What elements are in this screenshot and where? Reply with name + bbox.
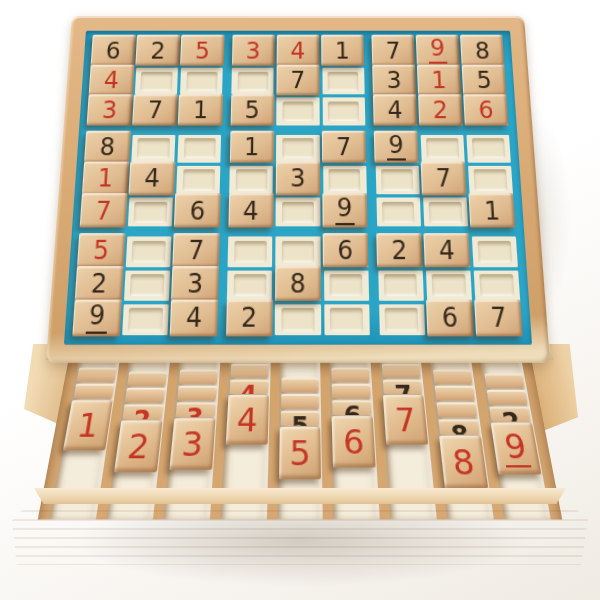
board-tile-8[interactable]: 8 (460, 35, 505, 65)
tile-digit: 1 (244, 133, 260, 161)
cell-r4c1[interactable]: 8 (85, 135, 130, 163)
stacked-tile-peek[interactable]: 7 (383, 380, 422, 394)
stacked-tile-back[interactable] (487, 390, 528, 405)
drawer-front-top-edge (34, 488, 566, 504)
tile-digit: 3 (386, 66, 402, 93)
tile-digit: 5 (245, 96, 260, 123)
board-tile-3[interactable]: 3 (372, 64, 416, 95)
cell-recess (328, 169, 360, 190)
cell-recess (330, 308, 364, 331)
cell-r2c9[interactable]: 5 (463, 68, 507, 95)
tile-digit: 1 (431, 66, 447, 93)
cell-r6c1[interactable]: 7 (81, 198, 127, 227)
stacked-tile-back[interactable] (382, 364, 421, 378)
tile-digit: 6 (478, 96, 495, 123)
stacked-tile-back[interactable] (433, 370, 472, 384)
cell-r5c7[interactable] (375, 166, 419, 195)
drawer-tile-6[interactable]: 6 (332, 416, 376, 467)
cell-recess (282, 101, 313, 121)
tile-digit: 5 (195, 37, 211, 63)
tile-digit: 9 (86, 302, 108, 333)
cell-r5c8[interactable]: 7 (422, 166, 467, 195)
tile-digit: 3 (246, 37, 261, 63)
tile-digit: 3 (187, 268, 204, 298)
peek-digit: 2 (131, 408, 152, 420)
tile-digit: 8 (450, 441, 477, 482)
board-wood-frame: 6253417984731537154268179143776491576242… (46, 16, 550, 363)
tile-digit: 9 (335, 196, 355, 225)
tile-digit: 2 (432, 96, 448, 123)
board-tile-6[interactable]: 6 (322, 233, 368, 268)
cell-r9c6[interactable] (324, 304, 370, 335)
cell-r7c2[interactable] (126, 237, 172, 267)
cell-r3c5[interactable] (277, 98, 320, 125)
board-tile-2[interactable]: 2 (136, 35, 180, 65)
cell-r1c6[interactable]: 1 (322, 39, 364, 65)
cell-recess (472, 138, 505, 159)
drawer-tile-9[interactable]: 9 (491, 423, 542, 475)
board-tile-5[interactable]: 5 (462, 64, 507, 95)
board-tile-9[interactable]: 9 (73, 300, 122, 336)
cell-recess (480, 274, 514, 297)
peek-digit: 7 (394, 383, 413, 394)
board-tile-2[interactable]: 2 (418, 94, 463, 126)
board-tile-4[interactable]: 4 (129, 162, 175, 195)
cell-r4c3[interactable] (178, 135, 222, 163)
cell-r9c8[interactable]: 6 (427, 304, 474, 335)
cell-r1c4[interactable]: 3 (232, 39, 274, 65)
drawer-tile-2[interactable]: 2 (114, 420, 162, 472)
cell-r8c5[interactable]: 8 (275, 270, 320, 300)
board-tile-9[interactable]: 9 (374, 131, 419, 163)
board-tile-8[interactable]: 8 (84, 131, 130, 163)
tile-digit: 5 (476, 66, 493, 93)
cell-recess (327, 71, 358, 91)
cell-recess (128, 308, 163, 331)
cell-recess (426, 138, 459, 159)
peek-digit: 6 (343, 403, 362, 415)
board-tile-1[interactable]: 1 (82, 162, 129, 195)
cell-r7c9[interactable] (472, 237, 518, 267)
cell-r4c4[interactable]: 1 (230, 135, 273, 163)
stacked-tile-back[interactable] (230, 364, 268, 378)
board-tile-6[interactable]: 6 (91, 35, 136, 65)
board-tile-6[interactable]: 6 (426, 300, 474, 336)
cell-r2c3[interactable] (180, 68, 223, 95)
tile-digit: 4 (243, 196, 259, 225)
cell-r6c3[interactable]: 6 (175, 198, 220, 227)
board-tile-9[interactable]: 9 (322, 194, 368, 228)
stacked-tile-peek[interactable]: 4 (229, 380, 268, 394)
board-tile-9[interactable]: 9 (416, 35, 460, 65)
tile-digit: 1 (483, 196, 500, 225)
tile-digit: 6 (441, 302, 459, 333)
cell-recess (183, 138, 215, 159)
cell-r2c5[interactable]: 7 (277, 68, 319, 95)
cell-r7c7[interactable]: 2 (377, 237, 422, 267)
sudoku-grid: 6253417984731537154268179143776491576242… (73, 39, 522, 335)
stacked-tile-peek[interactable]: 8 (439, 419, 480, 434)
cell-r8c2[interactable] (124, 270, 170, 300)
board-tile-2[interactable]: 2 (226, 300, 273, 336)
cell-recess (282, 138, 314, 159)
tile-digit: 4 (438, 235, 455, 265)
cell-recess (235, 169, 267, 190)
cell-r8c9[interactable] (474, 270, 521, 300)
board-tile-5[interactable]: 5 (77, 233, 125, 268)
cell-recess (432, 274, 466, 297)
board-tile-1[interactable]: 1 (229, 131, 274, 163)
board-tile-5[interactable]: 5 (230, 94, 274, 126)
cell-r7c3[interactable]: 7 (174, 237, 219, 267)
tile-digit: 6 (189, 196, 205, 225)
tile-digit: 9 (386, 133, 406, 161)
drawer-tile-1[interactable]: 1 (63, 400, 113, 450)
stacked-tile-back[interactable] (484, 374, 524, 388)
cell-recess (329, 274, 362, 297)
tile-digit: 7 (95, 196, 112, 225)
cell-r9c9[interactable]: 7 (475, 304, 522, 335)
cell-r8c8[interactable] (426, 270, 472, 300)
board-tile-6[interactable]: 6 (463, 94, 509, 126)
cell-r9c2[interactable] (122, 304, 169, 335)
tile-digit: 4 (144, 164, 161, 192)
cell-recess (478, 241, 512, 263)
board-tile-3[interactable]: 3 (171, 266, 218, 301)
tile-digit: 9 (500, 429, 532, 468)
tile-digit: 6 (105, 37, 121, 63)
cell-r3c8[interactable]: 2 (419, 98, 463, 125)
cell-r5c1[interactable]: 1 (83, 166, 128, 195)
cell-r5c6[interactable] (323, 166, 367, 195)
stacked-tile-peek[interactable]: 5 (280, 411, 319, 426)
peek-digit: 3 (185, 405, 205, 417)
cell-recess (429, 201, 462, 223)
drawer-tile-7[interactable]: 7 (383, 395, 428, 445)
stacked-tile-back[interactable] (127, 372, 166, 386)
stacked-tile-peek[interactable]: 3 (175, 402, 215, 417)
stacked-tile-back[interactable] (332, 368, 370, 382)
tile-digit: 3 (290, 164, 305, 192)
stacked-tile-peek[interactable]: 6 (333, 400, 372, 415)
cell-r3c4[interactable]: 5 (231, 98, 274, 125)
board-tile-3[interactable]: 3 (87, 94, 133, 126)
cell-r3c9[interactable]: 6 (464, 98, 508, 125)
tile-digit: 1 (193, 96, 209, 123)
cell-r2c2[interactable] (135, 68, 178, 95)
cell-r5c4[interactable] (229, 166, 273, 195)
tile-digit: 1 (335, 37, 350, 63)
board-tile-1[interactable]: 1 (178, 94, 223, 126)
cell-r5c2[interactable]: 4 (130, 166, 175, 195)
cell-r2c6[interactable] (322, 68, 364, 95)
cell-r6c4[interactable]: 4 (229, 198, 273, 227)
tile-digit: 7 (336, 133, 352, 161)
stacked-tile-back[interactable] (125, 388, 165, 403)
cell-recess (282, 201, 314, 223)
cell-recess (384, 274, 418, 297)
board-tile-4[interactable]: 4 (228, 194, 274, 228)
cell-r2c8[interactable]: 1 (418, 68, 461, 95)
cell-recess (182, 169, 215, 190)
stacked-tile-back[interactable] (74, 384, 114, 398)
tile-digit: 1 (97, 164, 114, 192)
cell-r7c4[interactable] (228, 237, 273, 267)
tile-digit: 2 (241, 302, 258, 333)
board-tile-7[interactable]: 7 (371, 35, 415, 65)
stacked-tile-back[interactable] (177, 386, 216, 400)
cell-r1c2[interactable]: 2 (137, 39, 180, 65)
tile-digit: 1 (74, 405, 101, 444)
cell-r7c6[interactable]: 6 (323, 237, 368, 267)
cell-r9c5[interactable] (275, 304, 320, 335)
board-tile-2[interactable]: 2 (376, 233, 423, 268)
sudoku-board: 6253417984731537154268179143776491576242… (46, 16, 550, 363)
cell-r2c4[interactable] (232, 68, 274, 95)
cell-r6c2[interactable] (128, 198, 173, 227)
board-tile-3[interactable]: 3 (231, 35, 274, 65)
drawer-front-panel[interactable] (12, 503, 588, 565)
cell-r6c7[interactable] (376, 198, 421, 227)
tile-digit: 7 (147, 96, 163, 123)
cell-r1c3[interactable]: 5 (181, 39, 223, 65)
board-tile-4[interactable]: 4 (276, 35, 319, 65)
tile-digit: 5 (92, 235, 110, 265)
cell-r7c8[interactable]: 4 (424, 237, 470, 267)
tile-digit: 7 (290, 66, 305, 93)
cell-r4c8[interactable] (420, 135, 464, 163)
cell-r9c7[interactable] (379, 304, 425, 335)
cell-r9c3[interactable]: 4 (171, 304, 217, 335)
board-tile-7[interactable]: 7 (322, 131, 367, 163)
cell-r9c4[interactable]: 2 (226, 304, 272, 335)
board-tile-1[interactable]: 1 (417, 64, 462, 95)
tile-digit: 7 (188, 235, 205, 265)
tile-digit: 7 (394, 400, 418, 439)
peek-digit: 4 (239, 383, 257, 394)
stacked-tile-peek[interactable]: 2 (122, 404, 163, 419)
cell-r8c7[interactable] (378, 270, 424, 300)
board-tile-8[interactable]: 8 (275, 266, 321, 301)
stacked-tile-back[interactable] (281, 378, 319, 392)
board-tile-5[interactable]: 5 (181, 35, 225, 65)
cell-r8c1[interactable]: 2 (76, 270, 123, 300)
stacked-tile-back[interactable] (281, 394, 320, 409)
board-tile-4[interactable]: 4 (373, 94, 418, 126)
tile-digit: 7 (490, 302, 508, 333)
cell-recess (137, 138, 170, 159)
board-tile-4[interactable]: 4 (423, 233, 470, 268)
tile-digit: 4 (387, 96, 403, 123)
cell-r8c3[interactable]: 3 (172, 270, 218, 300)
cell-recess (130, 274, 164, 297)
tile-digit: 8 (99, 133, 116, 161)
board-tile-7[interactable]: 7 (173, 233, 220, 268)
board-tile-6[interactable]: 6 (174, 194, 220, 228)
cell-r7c5[interactable] (276, 237, 321, 267)
cell-recess (381, 169, 414, 190)
cell-recess (134, 201, 167, 223)
tile-digit: 4 (236, 400, 258, 439)
peek-digit: 5 (291, 414, 309, 426)
cell-r6c5[interactable] (276, 198, 320, 227)
cell-r9c1[interactable]: 9 (73, 304, 120, 335)
cell-r5c5[interactable]: 3 (276, 166, 320, 195)
peek-digit: 2 (500, 410, 522, 422)
cell-r8c4[interactable] (227, 270, 272, 300)
drawer-tile-4[interactable]: 4 (225, 395, 268, 445)
cell-recess (234, 241, 267, 263)
tile-digit: 2 (90, 268, 108, 298)
cell-r6c9[interactable]: 1 (470, 198, 516, 227)
tile-digit: 5 (289, 432, 311, 473)
cell-recess (141, 71, 173, 91)
board-tile-7[interactable]: 7 (421, 162, 467, 195)
cell-recess (382, 201, 415, 223)
peek-digit: 8 (450, 423, 471, 435)
tile-digit: 8 (290, 268, 306, 298)
drawer-tile-8[interactable]: 8 (439, 436, 488, 489)
stacked-tile-back[interactable] (77, 368, 117, 382)
cell-recess (233, 274, 266, 297)
cell-r4c6[interactable]: 7 (322, 135, 365, 163)
tile-digit: 6 (342, 422, 365, 462)
stacked-tile-peek[interactable]: 2 (489, 407, 530, 422)
cell-r6c8[interactable] (423, 198, 468, 227)
cell-r1c8[interactable]: 9 (417, 39, 460, 65)
tile-digit: 4 (103, 66, 120, 93)
tile-digit: 4 (290, 37, 305, 63)
cell-r1c9[interactable]: 8 (461, 39, 504, 65)
tile-digit: 8 (474, 37, 490, 63)
cell-recess (237, 71, 268, 91)
cell-r4c9[interactable] (466, 135, 511, 163)
cell-r8c6[interactable] (324, 270, 369, 300)
tile-digit: 7 (435, 164, 452, 192)
cell-r4c5[interactable] (276, 135, 319, 163)
cell-r6c6[interactable]: 9 (323, 198, 367, 227)
board-tile-7[interactable]: 7 (474, 300, 523, 336)
cell-r3c6[interactable] (322, 98, 365, 125)
board-tile-2[interactable]: 2 (75, 266, 123, 301)
cell-r1c5[interactable]: 4 (277, 39, 319, 65)
tile-digit: 2 (125, 426, 151, 466)
tile-digit: 3 (180, 424, 205, 464)
drawer-tile-5[interactable]: 5 (278, 427, 321, 479)
board-tile-1[interactable]: 1 (469, 194, 516, 228)
cell-r4c7[interactable]: 9 (375, 135, 419, 163)
stacked-tile-back[interactable] (435, 386, 475, 400)
cell-recess (132, 241, 166, 263)
stacked-tile-back[interactable] (179, 370, 218, 384)
board-blue-panel: 6253417984731537154268179143776491576242… (64, 31, 532, 345)
cell-recess (282, 241, 315, 263)
cell-r3c7[interactable]: 4 (374, 98, 417, 125)
tile-digit: 7 (385, 37, 401, 63)
drawer-tile-3[interactable]: 3 (169, 418, 215, 470)
board-tile-7[interactable]: 7 (276, 64, 319, 95)
cell-r7c1[interactable]: 5 (78, 237, 124, 267)
cell-r5c9[interactable] (468, 166, 513, 195)
cell-recess (474, 169, 507, 190)
board-tile-7[interactable]: 7 (80, 194, 127, 228)
board-tile-7[interactable]: 7 (132, 94, 177, 126)
cell-r1c7[interactable]: 7 (372, 39, 414, 65)
stacked-tile-back[interactable] (437, 402, 478, 417)
tile-digit: 6 (337, 235, 353, 265)
cell-r4c2[interactable] (131, 135, 175, 163)
cell-r3c3[interactable]: 1 (179, 98, 222, 125)
tile-digit: 9 (428, 37, 448, 63)
cell-recess (328, 101, 360, 121)
board-tile-4[interactable]: 4 (170, 300, 218, 336)
cell-r3c1[interactable]: 3 (88, 98, 132, 125)
cell-r5c3[interactable] (176, 166, 220, 195)
cell-r2c7[interactable]: 3 (373, 68, 416, 95)
board-tile-3[interactable]: 3 (275, 162, 320, 195)
cell-r3c2[interactable]: 7 (133, 98, 177, 125)
product-photo-scene: 12233445566778829 6253417984731537154268… (0, 0, 600, 600)
tile-digit: 2 (150, 37, 166, 63)
cell-recess (281, 308, 315, 331)
cell-r2c1[interactable]: 4 (90, 68, 134, 95)
cell-recess (385, 308, 419, 331)
tile-digit: 3 (101, 96, 118, 123)
board-tile-4[interactable]: 4 (89, 64, 134, 95)
tile-digit: 2 (391, 235, 408, 265)
board-tile-1[interactable]: 1 (321, 35, 364, 65)
cell-r1c1[interactable]: 6 (92, 39, 135, 65)
cell-recess (186, 71, 218, 91)
tile-digit: 4 (186, 302, 203, 333)
stacked-tile-back[interactable] (332, 384, 371, 398)
